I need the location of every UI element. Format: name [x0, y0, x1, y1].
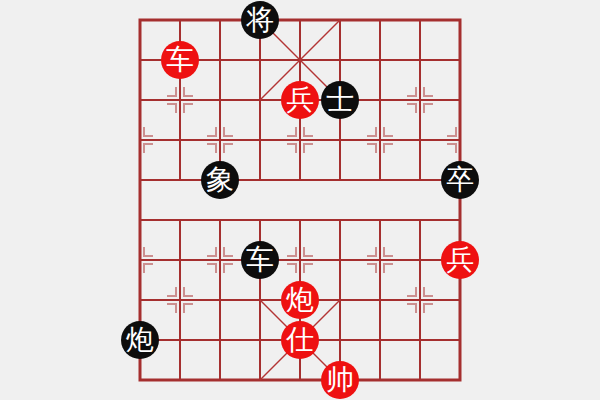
piece-black-advisor[interactable]: 士 [321, 81, 359, 119]
piece-red-advisor[interactable]: 仕 [281, 321, 319, 359]
piece-red-soldier-1[interactable]: 兵 [281, 81, 319, 119]
piece-black-elephant[interactable]: 象 [201, 161, 239, 199]
piece-black-chariot[interactable]: 车 [241, 241, 279, 279]
piece-red-cannon[interactable]: 炮 [281, 281, 319, 319]
piece-black-soldier[interactable]: 卒 [441, 161, 479, 199]
piece-black-cannon[interactable]: 炮 [121, 321, 159, 359]
xiangqi-diagram: 将车兵士象卒车兵炮炮仕帅 [0, 0, 600, 400]
piece-red-soldier-2[interactable]: 兵 [441, 241, 479, 279]
piece-black-general[interactable]: 将 [241, 1, 279, 39]
piece-red-general[interactable]: 帅 [321, 361, 359, 399]
pieces-layer: 将车兵士象卒车兵炮炮仕帅 [0, 0, 600, 400]
piece-red-chariot[interactable]: 车 [161, 41, 199, 79]
